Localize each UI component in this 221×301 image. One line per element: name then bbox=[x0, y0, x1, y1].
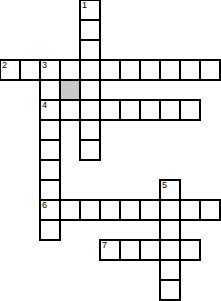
cell-c10-r3[interactable] bbox=[199, 59, 221, 81]
cell-c2-r4[interactable] bbox=[39, 79, 61, 101]
cell-c2-r9[interactable] bbox=[39, 179, 61, 201]
cell-c2-r8[interactable] bbox=[39, 159, 61, 181]
cell-c2-r7[interactable] bbox=[39, 139, 61, 161]
cell-c2-r5[interactable]: 4 bbox=[39, 99, 61, 121]
cell-c7-r12[interactable] bbox=[139, 239, 161, 261]
cell-c5-r5[interactable] bbox=[99, 99, 121, 121]
cell-c4-r6[interactable] bbox=[79, 119, 101, 141]
cell-c9-r3[interactable] bbox=[179, 59, 201, 81]
cell-c4-r3[interactable] bbox=[79, 59, 101, 81]
cell-c4-r1[interactable] bbox=[79, 19, 101, 41]
cell-c0-r3[interactable]: 2 bbox=[0, 59, 21, 81]
cell-c8-r12[interactable] bbox=[159, 239, 181, 261]
highlighted-cell-c3-r4[interactable] bbox=[59, 79, 81, 101]
cell-c8-r3[interactable] bbox=[159, 59, 181, 81]
cell-c4-r4[interactable] bbox=[79, 79, 101, 101]
cell-c4-r7[interactable] bbox=[79, 139, 101, 161]
clue-number-2: 2 bbox=[2, 61, 7, 70]
cell-c2-r6[interactable] bbox=[39, 119, 61, 141]
cell-c7-r10[interactable] bbox=[139, 199, 161, 221]
cell-c9-r10[interactable] bbox=[179, 199, 201, 221]
cell-c4-r0[interactable]: 1 bbox=[79, 0, 101, 21]
cell-c4-r5[interactable] bbox=[79, 99, 101, 121]
clue-number-5: 5 bbox=[162, 181, 167, 190]
cell-c2-r3[interactable]: 3 bbox=[39, 59, 61, 81]
crossword-grid: 1234567 bbox=[0, 0, 221, 301]
cell-c3-r5[interactable] bbox=[59, 99, 81, 121]
cell-c5-r12[interactable]: 7 bbox=[99, 239, 121, 261]
cell-c8-r13[interactable] bbox=[159, 259, 181, 281]
cell-c6-r12[interactable] bbox=[119, 239, 141, 261]
clue-number-1: 1 bbox=[82, 1, 87, 10]
cell-c2-r11[interactable] bbox=[39, 219, 61, 241]
cell-c9-r5[interactable] bbox=[179, 99, 201, 121]
cell-c3-r10[interactable] bbox=[59, 199, 81, 221]
cell-c3-r3[interactable] bbox=[59, 59, 81, 81]
cell-c1-r3[interactable] bbox=[19, 59, 41, 81]
clue-number-6: 6 bbox=[42, 201, 47, 210]
cell-c9-r12[interactable] bbox=[179, 239, 201, 261]
clue-number-7: 7 bbox=[102, 241, 107, 250]
cell-c8-r11[interactable] bbox=[159, 219, 181, 241]
cell-c5-r3[interactable] bbox=[99, 59, 121, 81]
cell-c8-r5[interactable] bbox=[159, 99, 181, 121]
clue-number-4: 4 bbox=[42, 101, 47, 110]
cell-c2-r10[interactable]: 6 bbox=[39, 199, 61, 221]
cell-c10-r10[interactable] bbox=[199, 199, 221, 221]
cell-c6-r5[interactable] bbox=[119, 99, 141, 121]
cell-c5-r10[interactable] bbox=[99, 199, 121, 221]
cell-c7-r5[interactable] bbox=[139, 99, 161, 121]
clue-number-3: 3 bbox=[42, 61, 47, 70]
cell-c8-r14[interactable] bbox=[159, 279, 181, 301]
cell-c6-r3[interactable] bbox=[119, 59, 141, 81]
cell-c8-r10[interactable] bbox=[159, 199, 181, 221]
cell-c6-r10[interactable] bbox=[119, 199, 141, 221]
cell-c4-r2[interactable] bbox=[79, 39, 101, 61]
cell-c7-r3[interactable] bbox=[139, 59, 161, 81]
cell-c8-r9[interactable]: 5 bbox=[159, 179, 181, 201]
cell-c4-r10[interactable] bbox=[79, 199, 101, 221]
